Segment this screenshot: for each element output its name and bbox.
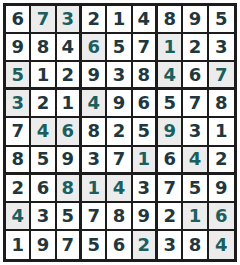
cell-r9c3[interactable]: 7 [57, 231, 82, 259]
cell-r5c6[interactable]: 5 [133, 118, 158, 146]
cell-r6c2[interactable]: 5 [31, 147, 56, 175]
cell-r3c1[interactable]: 5 [6, 62, 31, 90]
cell-r2c9[interactable]: 3 [209, 34, 234, 62]
cell-r8c3[interactable]: 5 [57, 203, 82, 231]
cell-r7c4[interactable]: 1 [82, 175, 107, 203]
cell-r6c8[interactable]: 4 [183, 147, 208, 175]
cell-r6c3[interactable]: 9 [57, 147, 82, 175]
cell-r5c5[interactable]: 2 [107, 118, 132, 146]
cell-r1c9[interactable]: 5 [209, 6, 234, 34]
cell-r1c6[interactable]: 4 [133, 6, 158, 34]
cell-r1c4[interactable]: 2 [82, 6, 107, 34]
cell-r1c8[interactable]: 9 [183, 6, 208, 34]
cell-r2c4[interactable]: 6 [82, 34, 107, 62]
cell-r7c1[interactable]: 2 [6, 175, 31, 203]
cell-r9c5[interactable]: 6 [107, 231, 132, 259]
cell-r5c8[interactable]: 3 [183, 118, 208, 146]
cell-r7c2[interactable]: 6 [31, 175, 56, 203]
cell-r5c9[interactable]: 1 [209, 118, 234, 146]
cell-r2c6[interactable]: 7 [133, 34, 158, 62]
cell-r8c9[interactable]: 6 [209, 203, 234, 231]
cell-r9c4[interactable]: 5 [82, 231, 107, 259]
cell-r7c8[interactable]: 5 [183, 175, 208, 203]
cell-r9c9[interactable]: 4 [209, 231, 234, 259]
cell-r5c4[interactable]: 8 [82, 118, 107, 146]
cell-r4c4[interactable]: 4 [82, 90, 107, 118]
cell-r6c4[interactable]: 3 [82, 147, 107, 175]
cell-r8c1[interactable]: 4 [6, 203, 31, 231]
cell-r3c5[interactable]: 3 [107, 62, 132, 90]
cell-r3c9[interactable]: 7 [209, 62, 234, 90]
cell-r4c9[interactable]: 8 [209, 90, 234, 118]
cell-r3c7[interactable]: 4 [158, 62, 183, 90]
cell-r8c2[interactable]: 3 [31, 203, 56, 231]
cell-r2c3[interactable]: 4 [57, 34, 82, 62]
cell-r2c1[interactable]: 9 [6, 34, 31, 62]
cell-r1c7[interactable]: 8 [158, 6, 183, 34]
cell-r7c6[interactable]: 3 [133, 175, 158, 203]
sudoku-board: 6732148959846571235129384673214965787468… [3, 3, 237, 262]
cell-r3c4[interactable]: 9 [82, 62, 107, 90]
cell-r8c4[interactable]: 7 [82, 203, 107, 231]
cell-r3c3[interactable]: 2 [57, 62, 82, 90]
cell-r3c8[interactable]: 6 [183, 62, 208, 90]
cell-r5c3[interactable]: 6 [57, 118, 82, 146]
cell-r5c2[interactable]: 4 [31, 118, 56, 146]
cell-r4c8[interactable]: 7 [183, 90, 208, 118]
cell-r9c8[interactable]: 8 [183, 231, 208, 259]
cell-r1c2[interactable]: 7 [31, 6, 56, 34]
cell-r6c7[interactable]: 6 [158, 147, 183, 175]
cell-r3c2[interactable]: 1 [31, 62, 56, 90]
cell-r5c7[interactable]: 9 [158, 118, 183, 146]
cell-r9c6[interactable]: 2 [133, 231, 158, 259]
cell-r1c5[interactable]: 1 [107, 6, 132, 34]
cell-r2c8[interactable]: 2 [183, 34, 208, 62]
cell-r8c5[interactable]: 8 [107, 203, 132, 231]
cell-r4c6[interactable]: 6 [133, 90, 158, 118]
cell-r6c9[interactable]: 2 [209, 147, 234, 175]
cell-r4c1[interactable]: 3 [6, 90, 31, 118]
cell-r8c8[interactable]: 1 [183, 203, 208, 231]
cell-r2c7[interactable]: 1 [158, 34, 183, 62]
cell-r9c1[interactable]: 1 [6, 231, 31, 259]
cell-r1c1[interactable]: 6 [6, 6, 31, 34]
cell-r7c9[interactable]: 9 [209, 175, 234, 203]
cell-r8c7[interactable]: 2 [158, 203, 183, 231]
cell-r7c5[interactable]: 4 [107, 175, 132, 203]
cell-r8c6[interactable]: 9 [133, 203, 158, 231]
cell-r4c7[interactable]: 5 [158, 90, 183, 118]
cell-r9c7[interactable]: 3 [158, 231, 183, 259]
cell-r4c3[interactable]: 1 [57, 90, 82, 118]
cell-r5c1[interactable]: 7 [6, 118, 31, 146]
cell-r6c1[interactable]: 8 [6, 147, 31, 175]
cell-r9c2[interactable]: 9 [31, 231, 56, 259]
cell-r2c2[interactable]: 8 [31, 34, 56, 62]
cell-r6c5[interactable]: 7 [107, 147, 132, 175]
cell-r2c5[interactable]: 5 [107, 34, 132, 62]
cell-r4c2[interactable]: 2 [31, 90, 56, 118]
cell-r3c6[interactable]: 8 [133, 62, 158, 90]
cell-r6c6[interactable]: 1 [133, 147, 158, 175]
cell-r7c7[interactable]: 7 [158, 175, 183, 203]
cell-r4c5[interactable]: 9 [107, 90, 132, 118]
cell-r1c3[interactable]: 3 [57, 6, 82, 34]
cell-r7c3[interactable]: 8 [57, 175, 82, 203]
